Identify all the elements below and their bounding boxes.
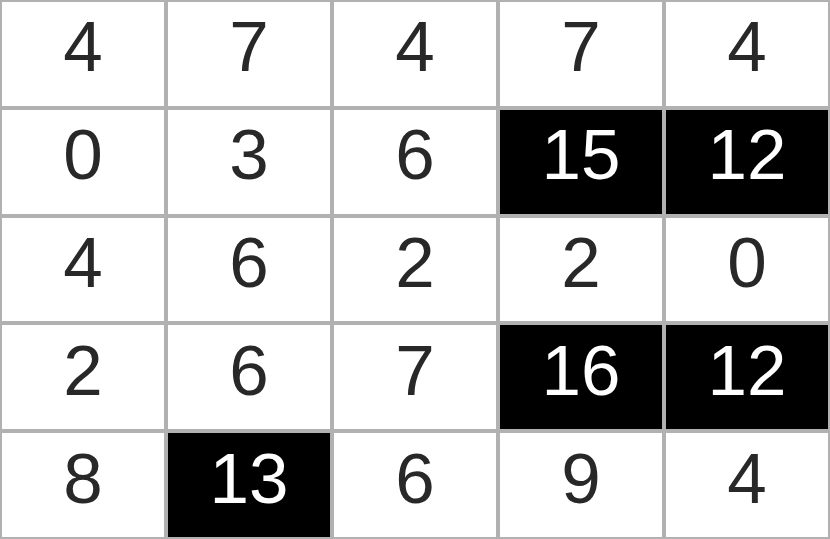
cell-r1-c4[interactable]: 7 (500, 2, 662, 106)
cell-r4-c5[interactable]: 12 (666, 325, 828, 429)
cell-value: 4 (727, 11, 767, 82)
cell-r3-c1[interactable]: 4 (2, 218, 164, 322)
cell-value: 4 (63, 11, 103, 82)
cell-value: 13 (210, 443, 289, 514)
cell-value: 0 (63, 119, 103, 190)
cell-value: 4 (727, 443, 767, 514)
cell-r1-c3[interactable]: 4 (334, 2, 496, 106)
cell-r1-c1[interactable]: 4 (2, 2, 164, 106)
cell-r5-c2[interactable]: 13 (168, 433, 330, 537)
cell-value: 6 (395, 119, 435, 190)
cell-r3-c2[interactable]: 6 (168, 218, 330, 322)
cell-value: 2 (395, 227, 435, 298)
cell-value: 7 (395, 335, 435, 406)
cell-value: 12 (708, 335, 787, 406)
cell-r5-c1[interactable]: 8 (2, 433, 164, 537)
cell-r3-c3[interactable]: 2 (334, 218, 496, 322)
cell-r5-c5[interactable]: 4 (666, 433, 828, 537)
cell-value: 4 (395, 11, 435, 82)
cell-value: 2 (561, 227, 601, 298)
puzzle-grid: 474740361512462202671612813694 (0, 0, 830, 539)
cell-r4-c4[interactable]: 16 (500, 325, 662, 429)
cell-r3-c5[interactable]: 0 (666, 218, 828, 322)
cell-r2-c1[interactable]: 0 (2, 110, 164, 214)
cell-value: 12 (708, 119, 787, 190)
cell-r2-c2[interactable]: 3 (168, 110, 330, 214)
cell-value: 2 (63, 335, 103, 406)
cell-value: 9 (561, 443, 601, 514)
cell-r1-c5[interactable]: 4 (666, 2, 828, 106)
cell-value: 16 (542, 335, 621, 406)
cell-value: 7 (229, 11, 269, 82)
cell-r5-c4[interactable]: 9 (500, 433, 662, 537)
cell-r2-c4[interactable]: 15 (500, 110, 662, 214)
cell-value: 6 (229, 335, 269, 406)
cell-r4-c2[interactable]: 6 (168, 325, 330, 429)
cell-value: 7 (561, 11, 601, 82)
cell-value: 3 (229, 119, 269, 190)
cell-value: 6 (229, 227, 269, 298)
cell-value: 8 (63, 443, 103, 514)
cell-value: 15 (542, 119, 621, 190)
cell-r1-c2[interactable]: 7 (168, 2, 330, 106)
cell-r2-c3[interactable]: 6 (334, 110, 496, 214)
cell-r4-c1[interactable]: 2 (2, 325, 164, 429)
cell-r5-c3[interactable]: 6 (334, 433, 496, 537)
cell-r2-c5[interactable]: 12 (666, 110, 828, 214)
cell-value: 0 (727, 227, 767, 298)
cell-r4-c3[interactable]: 7 (334, 325, 496, 429)
cell-value: 6 (395, 443, 435, 514)
cell-value: 4 (63, 227, 103, 298)
cell-r3-c4[interactable]: 2 (500, 218, 662, 322)
